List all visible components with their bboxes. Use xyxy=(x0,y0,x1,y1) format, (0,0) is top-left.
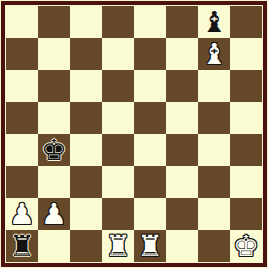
square-a8[interactable] xyxy=(6,6,38,38)
square-c4[interactable] xyxy=(70,134,102,166)
square-d2[interactable] xyxy=(102,198,134,230)
square-h7[interactable] xyxy=(230,38,262,70)
white-pawn-piece[interactable]: ♟ xyxy=(41,198,67,230)
square-e7[interactable] xyxy=(134,38,166,70)
square-e6[interactable] xyxy=(134,70,166,102)
square-f1[interactable] xyxy=(166,230,198,262)
square-c5[interactable] xyxy=(70,102,102,134)
square-f5[interactable] xyxy=(166,102,198,134)
square-b3[interactable] xyxy=(38,166,70,198)
square-c8[interactable] xyxy=(70,6,102,38)
square-a6[interactable] xyxy=(6,70,38,102)
white-king-piece[interactable]: ♚ xyxy=(233,230,259,262)
black-bishop-piece[interactable]: ♝ xyxy=(201,6,227,38)
black-king-piece[interactable]: ♚ xyxy=(41,134,67,166)
square-b5[interactable] xyxy=(38,102,70,134)
square-d4[interactable] xyxy=(102,134,134,166)
square-h6[interactable] xyxy=(230,70,262,102)
square-g8[interactable]: ♝ xyxy=(198,6,230,38)
square-g3[interactable] xyxy=(198,166,230,198)
square-h2[interactable] xyxy=(230,198,262,230)
white-rook-piece[interactable]: ♜ xyxy=(105,230,131,262)
square-e2[interactable] xyxy=(134,198,166,230)
square-e5[interactable] xyxy=(134,102,166,134)
square-h5[interactable] xyxy=(230,102,262,134)
square-f4[interactable] xyxy=(166,134,198,166)
square-b4[interactable]: ♚ xyxy=(38,134,70,166)
square-a5[interactable] xyxy=(6,102,38,134)
square-a2[interactable]: ♟ xyxy=(6,198,38,230)
square-c3[interactable] xyxy=(70,166,102,198)
square-e8[interactable] xyxy=(134,6,166,38)
square-h1[interactable]: ♚ xyxy=(230,230,262,262)
square-a1[interactable]: ♜ xyxy=(6,230,38,262)
square-a7[interactable] xyxy=(6,38,38,70)
square-h4[interactable] xyxy=(230,134,262,166)
square-g5[interactable] xyxy=(198,102,230,134)
square-b2[interactable]: ♟ xyxy=(38,198,70,230)
square-f8[interactable] xyxy=(166,6,198,38)
square-c7[interactable] xyxy=(70,38,102,70)
square-c1[interactable] xyxy=(70,230,102,262)
white-bishop-piece[interactable]: ♝ xyxy=(201,38,227,70)
square-g1[interactable] xyxy=(198,230,230,262)
square-g6[interactable] xyxy=(198,70,230,102)
square-b6[interactable] xyxy=(38,70,70,102)
square-f6[interactable] xyxy=(166,70,198,102)
square-c6[interactable] xyxy=(70,70,102,102)
black-rook-piece[interactable]: ♜ xyxy=(9,230,35,262)
square-g4[interactable] xyxy=(198,134,230,166)
square-f2[interactable] xyxy=(166,198,198,230)
square-a4[interactable] xyxy=(6,134,38,166)
chess-board: ♝♝♚♟♟♜♜♜♚ xyxy=(5,5,263,263)
square-f3[interactable] xyxy=(166,166,198,198)
square-d5[interactable] xyxy=(102,102,134,134)
white-rook-piece[interactable]: ♜ xyxy=(137,230,163,262)
square-d1[interactable]: ♜ xyxy=(102,230,134,262)
white-pawn-piece[interactable]: ♟ xyxy=(9,198,35,230)
square-e4[interactable] xyxy=(134,134,166,166)
square-g2[interactable] xyxy=(198,198,230,230)
chess-board-frame: ♝♝♚♟♟♜♜♜♚ xyxy=(0,0,268,268)
square-b7[interactable] xyxy=(38,38,70,70)
square-e3[interactable] xyxy=(134,166,166,198)
square-a3[interactable] xyxy=(6,166,38,198)
square-e1[interactable]: ♜ xyxy=(134,230,166,262)
square-h8[interactable] xyxy=(230,6,262,38)
square-b1[interactable] xyxy=(38,230,70,262)
square-b8[interactable] xyxy=(38,6,70,38)
square-d8[interactable] xyxy=(102,6,134,38)
square-c2[interactable] xyxy=(70,198,102,230)
square-g7[interactable]: ♝ xyxy=(198,38,230,70)
square-d7[interactable] xyxy=(102,38,134,70)
square-d3[interactable] xyxy=(102,166,134,198)
square-f7[interactable] xyxy=(166,38,198,70)
square-d6[interactable] xyxy=(102,70,134,102)
square-h3[interactable] xyxy=(230,166,262,198)
